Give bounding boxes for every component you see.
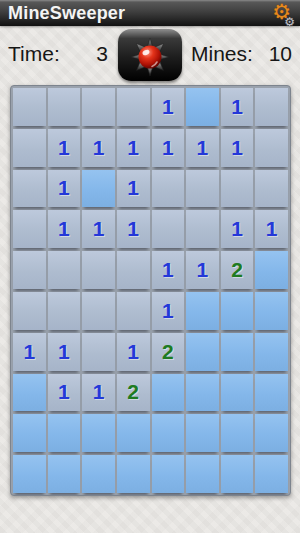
cell-r3c6 xyxy=(186,170,219,208)
cell-r7c2: 1 xyxy=(48,333,81,371)
cell-r6c8[interactable] xyxy=(255,292,288,330)
cell-r2c1 xyxy=(13,129,46,167)
cell-r1c3 xyxy=(82,88,115,126)
cell-r10c1[interactable] xyxy=(13,455,46,493)
cell-r4c3: 1 xyxy=(82,210,115,248)
cell-r6c7[interactable] xyxy=(221,292,254,330)
cell-r10c3[interactable] xyxy=(82,455,115,493)
cell-r10c6[interactable] xyxy=(186,455,219,493)
cell-r6c2 xyxy=(48,292,81,330)
cell-r7c8[interactable] xyxy=(255,333,288,371)
mines-label: Mines: xyxy=(191,26,253,81)
cell-r5c5: 1 xyxy=(152,251,185,289)
cell-r5c7: 2 xyxy=(221,251,254,289)
cell-r9c5[interactable] xyxy=(152,414,185,452)
cell-r9c1[interactable] xyxy=(13,414,46,452)
title-bar: MineSweeper ⚙ ⚙ xyxy=(0,0,300,26)
time-value: 3 xyxy=(60,26,108,81)
cell-r9c8[interactable] xyxy=(255,414,288,452)
cell-r2c2: 1 xyxy=(48,129,81,167)
cell-r1c6[interactable] xyxy=(186,88,219,126)
cell-r1c5: 1 xyxy=(152,88,185,126)
cell-r8c6[interactable] xyxy=(186,374,219,412)
app-title: MineSweeper xyxy=(8,0,125,26)
cell-r4c8: 1 xyxy=(255,210,288,248)
cell-r6c1 xyxy=(13,292,46,330)
cell-r5c2 xyxy=(48,251,81,289)
cell-r8c4: 2 xyxy=(117,374,150,412)
cell-r7c6[interactable] xyxy=(186,333,219,371)
cell-r2c6: 1 xyxy=(186,129,219,167)
cell-r4c4: 1 xyxy=(117,210,150,248)
minesweeper-board: 11111111111111111211112112 xyxy=(10,85,291,496)
cell-r4c6 xyxy=(186,210,219,248)
cell-r3c7 xyxy=(221,170,254,208)
cell-r2c7: 1 xyxy=(221,129,254,167)
cell-r4c2: 1 xyxy=(48,210,81,248)
cell-r9c7[interactable] xyxy=(221,414,254,452)
cell-r9c2[interactable] xyxy=(48,414,81,452)
cell-r3c4: 1 xyxy=(117,170,150,208)
cell-r8c5[interactable] xyxy=(152,374,185,412)
cell-r7c4: 1 xyxy=(117,333,150,371)
cell-r8c8[interactable] xyxy=(255,374,288,412)
cell-r8c7[interactable] xyxy=(221,374,254,412)
cell-r5c8[interactable] xyxy=(255,251,288,289)
cell-r4c1 xyxy=(13,210,46,248)
cell-r6c3 xyxy=(82,292,115,330)
cell-r6c4 xyxy=(117,292,150,330)
cell-r9c4[interactable] xyxy=(117,414,150,452)
cell-r9c3[interactable] xyxy=(82,414,115,452)
minesweeper-app: MineSweeper ⚙ ⚙ Time: 3 xyxy=(0,0,300,533)
status-bar: Time: 3 xyxy=(0,26,300,83)
cell-r2c3: 1 xyxy=(82,129,115,167)
cell-r1c4 xyxy=(117,88,150,126)
new-game-button[interactable] xyxy=(118,29,182,81)
cell-r1c1 xyxy=(13,88,46,126)
cell-r10c5[interactable] xyxy=(152,455,185,493)
mine-icon xyxy=(128,35,172,79)
cell-r2c5: 1 xyxy=(152,129,185,167)
cell-r7c5: 2 xyxy=(152,333,185,371)
cell-r9c6[interactable] xyxy=(186,414,219,452)
cell-r2c8 xyxy=(255,129,288,167)
cell-r3c5 xyxy=(152,170,185,208)
cell-r5c3 xyxy=(82,251,115,289)
cell-r8c3: 1 xyxy=(82,374,115,412)
cell-r6c5: 1 xyxy=(152,292,185,330)
mines-value: 10 xyxy=(258,26,292,81)
cell-r10c2[interactable] xyxy=(48,455,81,493)
cell-r5c6: 1 xyxy=(186,251,219,289)
cell-r4c7: 1 xyxy=(221,210,254,248)
cell-r5c4 xyxy=(117,251,150,289)
cell-r3c1 xyxy=(13,170,46,208)
cell-r1c7: 1 xyxy=(221,88,254,126)
cell-r10c8[interactable] xyxy=(255,455,288,493)
cell-r8c1[interactable] xyxy=(13,374,46,412)
cell-r8c2: 1 xyxy=(48,374,81,412)
cell-r3c2: 1 xyxy=(48,170,81,208)
cell-r5c1 xyxy=(13,251,46,289)
cell-r1c8 xyxy=(255,88,288,126)
cell-r10c7[interactable] xyxy=(221,455,254,493)
cell-r10c4[interactable] xyxy=(117,455,150,493)
cell-r7c3 xyxy=(82,333,115,371)
cell-r1c2 xyxy=(48,88,81,126)
cell-r6c6[interactable] xyxy=(186,292,219,330)
cell-r2c4: 1 xyxy=(117,129,150,167)
cell-r4c5 xyxy=(152,210,185,248)
cell-r3c3[interactable] xyxy=(82,170,115,208)
cell-r7c1: 1 xyxy=(13,333,46,371)
cell-r3c8 xyxy=(255,170,288,208)
cell-r7c7[interactable] xyxy=(221,333,254,371)
settings-button[interactable]: ⚙ ⚙ xyxy=(268,1,294,25)
time-label: Time: xyxy=(8,26,60,81)
